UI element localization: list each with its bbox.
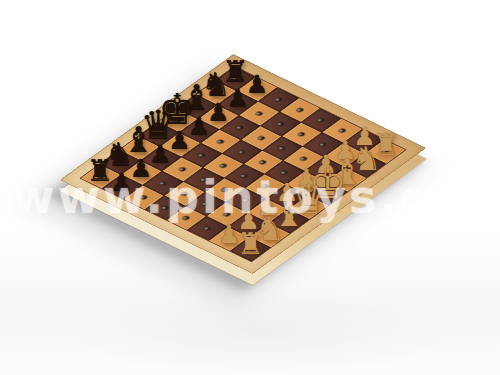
peg-hole xyxy=(300,156,308,161)
peg-hole xyxy=(263,209,271,214)
peg-hole xyxy=(302,181,310,186)
peg-hole xyxy=(216,139,224,144)
peg-hole xyxy=(178,167,186,172)
peg-hole xyxy=(255,111,263,116)
peg-hole xyxy=(298,132,306,137)
peg-hole xyxy=(180,191,188,196)
peg-hole xyxy=(242,198,250,203)
peg-hole xyxy=(261,184,269,189)
peg-hole xyxy=(225,236,233,241)
peg-hole xyxy=(259,160,267,165)
peg-hole xyxy=(161,205,169,210)
peg-hole xyxy=(118,184,126,189)
peg-hole xyxy=(236,125,244,130)
peg-hole xyxy=(257,135,265,140)
peg-hole xyxy=(266,233,274,238)
product-photo-scene: ♜♞♝♛♚♝♞♜♟♟♟♟♟♟♟♟♟♟♟♟♟♟♟♟♜♞♝♛♚♝♞♜ www.pin… xyxy=(0,0,500,375)
peg-hole xyxy=(319,142,327,147)
peg-hole xyxy=(176,142,184,147)
peg-hole xyxy=(139,195,147,200)
peg-hole xyxy=(221,188,229,193)
peg-hole xyxy=(156,156,164,161)
peg-hole xyxy=(199,177,207,182)
peg-hole xyxy=(240,174,248,179)
peg-hole xyxy=(362,163,370,168)
peg-hole xyxy=(214,114,222,119)
peg-hole xyxy=(212,90,220,95)
peg-hole xyxy=(116,160,124,165)
peg-hole xyxy=(223,212,231,217)
peg-hole xyxy=(96,174,104,179)
peg-hole xyxy=(246,247,254,252)
peg-hole xyxy=(135,146,143,151)
peg-hole xyxy=(238,149,246,154)
peg-hole xyxy=(158,181,166,186)
peg-hole xyxy=(233,100,241,105)
peg-hole xyxy=(321,167,329,172)
peg-hole xyxy=(253,86,261,91)
peg-hole xyxy=(278,146,286,151)
peg-hole xyxy=(340,153,348,158)
peg-hole xyxy=(195,128,203,133)
peg-hole xyxy=(137,170,145,175)
peg-hole xyxy=(360,139,368,144)
peg-hole xyxy=(276,121,284,126)
peg-hole xyxy=(274,97,282,102)
peg-hole xyxy=(283,195,291,200)
peg-hole xyxy=(281,170,289,175)
peg-hole xyxy=(201,202,209,207)
peg-hole xyxy=(182,216,190,221)
peg-hole xyxy=(173,118,181,123)
peg-hole xyxy=(197,153,205,158)
peg-hole xyxy=(193,104,201,109)
peg-hole xyxy=(323,191,331,196)
peg-hole xyxy=(304,205,312,210)
peg-hole xyxy=(154,132,162,137)
peg-hole xyxy=(296,107,304,112)
peg-hole xyxy=(231,76,239,81)
peg-hole xyxy=(218,163,226,168)
peg-hole xyxy=(285,219,293,224)
peg-hole xyxy=(343,177,351,182)
peg-hole xyxy=(203,226,211,231)
peg-hole xyxy=(338,128,346,133)
peg-hole xyxy=(244,222,252,227)
peg-hole xyxy=(381,149,389,154)
peg-hole xyxy=(317,118,325,123)
